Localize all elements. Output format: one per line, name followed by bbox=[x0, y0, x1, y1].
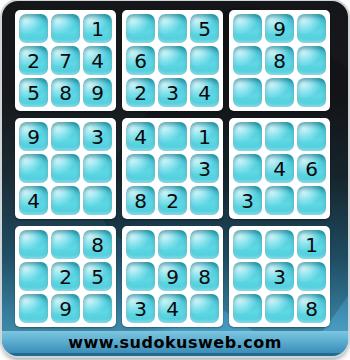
sudoku-cell-r6c6[interactable] bbox=[190, 186, 219, 215]
sudoku-cell-r6c2[interactable] bbox=[51, 186, 80, 215]
sudoku-cell-r9c2[interactable]: 9 bbox=[51, 294, 80, 323]
sudoku-box-4: 934 bbox=[15, 118, 116, 219]
website-url: www.sudokusweb.com bbox=[68, 333, 282, 352]
sudoku-cell-r8c7[interactable] bbox=[233, 262, 262, 291]
sudoku-cell-r8c4[interactable] bbox=[126, 262, 155, 291]
sudoku-cell-r7c5[interactable] bbox=[158, 230, 187, 259]
sudoku-cell-r1c8[interactable]: 9 bbox=[265, 14, 294, 43]
sudoku-cell-r5c4[interactable] bbox=[126, 154, 155, 183]
sudoku-cell-r8c6[interactable]: 8 bbox=[190, 262, 219, 291]
sudoku-cell-r7c6[interactable] bbox=[190, 230, 219, 259]
sudoku-cell-r3c5[interactable]: 3 bbox=[158, 78, 187, 107]
sudoku-cell-r7c4[interactable] bbox=[126, 230, 155, 259]
sudoku-cell-r3c6[interactable]: 4 bbox=[190, 78, 219, 107]
sudoku-cell-r2c3[interactable]: 4 bbox=[83, 46, 112, 75]
sudoku-cell-r6c3[interactable] bbox=[83, 186, 112, 215]
sudoku-cell-r6c1[interactable]: 4 bbox=[19, 186, 48, 215]
sudoku-screenshot: 127458956234989344138246382599834138 www… bbox=[0, 0, 350, 360]
sudoku-cell-r8c2[interactable]: 2 bbox=[51, 262, 80, 291]
sudoku-cell-r8c5[interactable]: 9 bbox=[158, 262, 187, 291]
sudoku-cell-r6c9[interactable] bbox=[297, 186, 326, 215]
sudoku-cell-r5c5[interactable] bbox=[158, 154, 187, 183]
sudoku-cell-r9c7[interactable] bbox=[233, 294, 262, 323]
sudoku-cell-r5c1[interactable] bbox=[19, 154, 48, 183]
sudoku-cell-r1c6[interactable]: 5 bbox=[190, 14, 219, 43]
sudoku-cell-r4c4[interactable]: 4 bbox=[126, 122, 155, 151]
sudoku-box-6: 463 bbox=[229, 118, 330, 219]
sudoku-cell-r5c6[interactable]: 3 bbox=[190, 154, 219, 183]
sudoku-box-3: 98 bbox=[229, 10, 330, 111]
sudoku-cell-r2c8[interactable]: 8 bbox=[265, 46, 294, 75]
sudoku-box-2: 56234 bbox=[122, 10, 223, 111]
sudoku-cell-r2c1[interactable]: 2 bbox=[19, 46, 48, 75]
sudoku-cell-r4c7[interactable] bbox=[233, 122, 262, 151]
sudoku-cell-r8c3[interactable]: 5 bbox=[83, 262, 112, 291]
sudoku-cell-r9c5[interactable]: 4 bbox=[158, 294, 187, 323]
sudoku-cell-r6c8[interactable] bbox=[265, 186, 294, 215]
sudoku-board-plaque: 127458956234989344138246382599834138 www… bbox=[2, 1, 348, 356]
sudoku-cell-r9c1[interactable] bbox=[19, 294, 48, 323]
sudoku-cell-r9c6[interactable] bbox=[190, 294, 219, 323]
sudoku-box-7: 8259 bbox=[15, 226, 116, 327]
sudoku-cell-r9c8[interactable] bbox=[265, 294, 294, 323]
sudoku-cell-r4c6[interactable]: 1 bbox=[190, 122, 219, 151]
sudoku-cell-r3c8[interactable] bbox=[265, 78, 294, 107]
sudoku-box-8: 9834 bbox=[122, 226, 223, 327]
sudoku-cell-r5c9[interactable]: 6 bbox=[297, 154, 326, 183]
sudoku-cell-r6c5[interactable]: 2 bbox=[158, 186, 187, 215]
sudoku-cell-r3c9[interactable] bbox=[297, 78, 326, 107]
sudoku-cell-r4c1[interactable]: 9 bbox=[19, 122, 48, 151]
sudoku-cell-r3c2[interactable]: 8 bbox=[51, 78, 80, 107]
sudoku-cell-r2c7[interactable] bbox=[233, 46, 262, 75]
sudoku-cell-r3c7[interactable] bbox=[233, 78, 262, 107]
sudoku-cell-r7c3[interactable]: 8 bbox=[83, 230, 112, 259]
sudoku-cell-r4c9[interactable] bbox=[297, 122, 326, 151]
sudoku-cell-r8c9[interactable] bbox=[297, 262, 326, 291]
sudoku-cell-r3c3[interactable]: 9 bbox=[83, 78, 112, 107]
sudoku-cell-r2c9[interactable] bbox=[297, 46, 326, 75]
sudoku-cell-r4c5[interactable] bbox=[158, 122, 187, 151]
sudoku-cell-r7c9[interactable]: 1 bbox=[297, 230, 326, 259]
footer-bar: www.sudokusweb.com bbox=[2, 331, 348, 356]
sudoku-box-5: 41382 bbox=[122, 118, 223, 219]
sudoku-cell-r3c1[interactable]: 5 bbox=[19, 78, 48, 107]
sudoku-cell-r7c2[interactable] bbox=[51, 230, 80, 259]
sudoku-cell-r4c3[interactable]: 3 bbox=[83, 122, 112, 151]
sudoku-cell-r1c9[interactable] bbox=[297, 14, 326, 43]
sudoku-cell-r1c5[interactable] bbox=[158, 14, 187, 43]
sudoku-cell-r2c2[interactable]: 7 bbox=[51, 46, 80, 75]
sudoku-cell-r5c3[interactable] bbox=[83, 154, 112, 183]
sudoku-cell-r9c9[interactable]: 8 bbox=[297, 294, 326, 323]
sudoku-cell-r2c5[interactable] bbox=[158, 46, 187, 75]
sudoku-cell-r4c8[interactable] bbox=[265, 122, 294, 151]
sudoku-box-1: 1274589 bbox=[15, 10, 116, 111]
sudoku-cell-r5c2[interactable] bbox=[51, 154, 80, 183]
sudoku-cell-r1c3[interactable]: 1 bbox=[83, 14, 112, 43]
sudoku-cell-r8c1[interactable] bbox=[19, 262, 48, 291]
sudoku-box-9: 138 bbox=[229, 226, 330, 327]
sudoku-cell-r6c4[interactable]: 8 bbox=[126, 186, 155, 215]
sudoku-cell-r5c7[interactable] bbox=[233, 154, 262, 183]
sudoku-cell-r6c7[interactable]: 3 bbox=[233, 186, 262, 215]
sudoku-cell-r4c2[interactable] bbox=[51, 122, 80, 151]
sudoku-cell-r2c4[interactable]: 6 bbox=[126, 46, 155, 75]
sudoku-cell-r1c4[interactable] bbox=[126, 14, 155, 43]
sudoku-cell-r3c4[interactable]: 2 bbox=[126, 78, 155, 107]
sudoku-cell-r1c7[interactable] bbox=[233, 14, 262, 43]
sudoku-cell-r2c6[interactable] bbox=[190, 46, 219, 75]
sudoku-cell-r7c8[interactable] bbox=[265, 230, 294, 259]
sudoku-cell-r5c8[interactable]: 4 bbox=[265, 154, 294, 183]
sudoku-cell-r9c3[interactable] bbox=[83, 294, 112, 323]
sudoku-cell-r9c4[interactable]: 3 bbox=[126, 294, 155, 323]
sudoku-cell-r8c8[interactable]: 3 bbox=[265, 262, 294, 291]
sudoku-cell-r1c2[interactable] bbox=[51, 14, 80, 43]
sudoku-board: 127458956234989344138246382599834138 bbox=[2, 1, 344, 327]
sudoku-cell-r7c7[interactable] bbox=[233, 230, 262, 259]
sudoku-cell-r1c1[interactable] bbox=[19, 14, 48, 43]
sudoku-cell-r7c1[interactable] bbox=[19, 230, 48, 259]
